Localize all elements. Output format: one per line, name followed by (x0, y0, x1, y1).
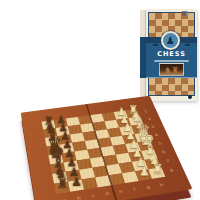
file-label: b (72, 195, 87, 200)
product-photo: ♟ CHESS ♞♜ ♜♟♟♜♞♟♟♞♝♟♟♝♛♟♟♛♚♟♟♚♝♟♟♝♞♟♟♞♜… (0, 0, 200, 200)
file-label: g (141, 184, 156, 190)
box-emblem: ♟ (161, 31, 180, 50)
emblem-wing-left (153, 44, 158, 46)
chess-board: ♜♟♟♜♞♟♟♞♝♟♟♝♛♟♟♛♚♟♟♚♝♟♟♝♞♟♟♞♜♟♟♜ abcdefg… (21, 96, 193, 200)
file-label: f (127, 186, 142, 192)
chess-piece-white-p: ♟ (128, 166, 161, 178)
board-scene: ♜♟♟♜♞♟♟♞♝♟♟♝♛♟♟♛♚♟♟♚♝♟♟♝♞♟♟♞♜♟♟♜ abcdefg… (0, 76, 200, 200)
square: ♜ (54, 182, 70, 194)
corner-mark (182, 11, 188, 16)
inset-pieces-icon: ♞♜ (164, 67, 178, 75)
box-band: ♟ CHESS ♞♜ (146, 37, 197, 78)
chess-piece-icon: ♟ (166, 36, 175, 46)
box-inset-photo: ♞♜ (159, 63, 184, 76)
box-tagline-text (154, 60, 189, 62)
file-label: c (86, 193, 101, 199)
emblem-wing-right (185, 44, 190, 46)
square: ♟ (135, 169, 152, 181)
board-squares: ♜♟♟♜♞♟♟♞♝♟♟♝♛♟♟♛♚♟♟♚♝♟♟♝♞♟♟♞♜♟♟♜ (42, 109, 166, 194)
chess-piece-black-r: ♜ (46, 177, 80, 190)
file-label: h (154, 182, 169, 188)
file-label: a (57, 197, 72, 200)
box-title: CHESS (146, 50, 197, 58)
